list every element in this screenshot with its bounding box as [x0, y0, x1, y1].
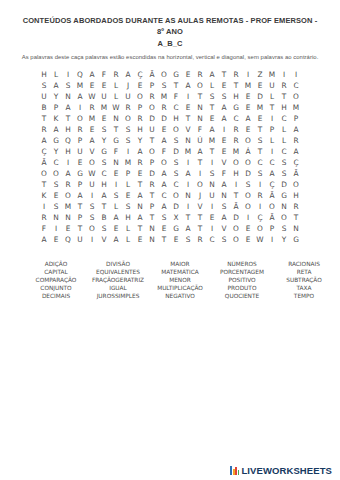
- grid-cell[interactable]: O: [290, 91, 302, 102]
- grid-cell[interactable]: R: [74, 124, 86, 135]
- grid-cell[interactable]: A: [110, 212, 122, 223]
- grid-cell[interactable]: Z: [254, 69, 266, 80]
- grid-cell[interactable]: I: [218, 124, 230, 135]
- grid-cell[interactable]: Y: [50, 91, 62, 102]
- grid-cell[interactable]: E: [218, 135, 230, 146]
- grid-cell[interactable]: I: [50, 223, 62, 234]
- grid-cell[interactable]: L: [278, 135, 290, 146]
- grid-cell[interactable]: M: [62, 201, 74, 212]
- grid-cell[interactable]: O: [146, 102, 158, 113]
- grid-cell[interactable]: N: [218, 190, 230, 201]
- grid-cell[interactable]: M: [266, 69, 278, 80]
- grid-cell[interactable]: R: [230, 135, 242, 146]
- grid-cell[interactable]: N: [194, 102, 206, 113]
- grid-cell[interactable]: I: [242, 69, 254, 80]
- grid-cell[interactable]: P: [146, 201, 158, 212]
- grid-cell[interactable]: R: [134, 113, 146, 124]
- grid-cell[interactable]: I: [266, 146, 278, 157]
- grid-cell[interactable]: T: [134, 223, 146, 234]
- grid-cell[interactable]: B: [38, 102, 50, 113]
- grid-cell[interactable]: R: [290, 201, 302, 212]
- grid-cell[interactable]: H: [278, 102, 290, 113]
- grid-cell[interactable]: U: [38, 91, 50, 102]
- grid-cell[interactable]: M: [74, 80, 86, 91]
- grid-cell[interactable]: L: [50, 69, 62, 80]
- grid-cell[interactable]: T: [134, 179, 146, 190]
- grid-cell[interactable]: L: [266, 91, 278, 102]
- grid-cell[interactable]: I: [206, 157, 218, 168]
- grid-cell[interactable]: S: [218, 201, 230, 212]
- grid-cell[interactable]: E: [242, 102, 254, 113]
- grid-cell[interactable]: O: [278, 212, 290, 223]
- grid-cell[interactable]: T: [62, 113, 74, 124]
- grid-cell[interactable]: D: [158, 113, 170, 124]
- grid-cell[interactable]: S: [170, 157, 182, 168]
- grid-cell[interactable]: O: [242, 135, 254, 146]
- grid-cell[interactable]: U: [74, 234, 86, 245]
- grid-cell[interactable]: F: [218, 168, 230, 179]
- grid-cell[interactable]: R: [230, 124, 242, 135]
- grid-cell[interactable]: H: [62, 146, 74, 157]
- grid-cell[interactable]: R: [38, 212, 50, 223]
- grid-cell[interactable]: I: [290, 69, 302, 80]
- grid-cell[interactable]: C: [158, 190, 170, 201]
- grid-cell[interactable]: E: [182, 102, 194, 113]
- grid-cell[interactable]: R: [158, 102, 170, 113]
- grid-cell[interactable]: U: [86, 179, 98, 190]
- grid-cell[interactable]: N: [146, 234, 158, 245]
- grid-cell[interactable]: E: [158, 223, 170, 234]
- grid-cell[interactable]: A: [86, 69, 98, 80]
- grid-cell[interactable]: S: [278, 157, 290, 168]
- grid-cell[interactable]: O: [242, 157, 254, 168]
- grid-cell[interactable]: N: [278, 201, 290, 212]
- grid-cell[interactable]: N: [182, 190, 194, 201]
- grid-cell[interactable]: Ã: [290, 168, 302, 179]
- grid-cell[interactable]: C: [206, 234, 218, 245]
- grid-cell[interactable]: A: [62, 168, 74, 179]
- grid-cell[interactable]: E: [242, 91, 254, 102]
- grid-cell[interactable]: T: [158, 234, 170, 245]
- grid-cell[interactable]: I: [278, 69, 290, 80]
- grid-cell[interactable]: A: [98, 190, 110, 201]
- grid-cell[interactable]: L: [278, 124, 290, 135]
- grid-cell[interactable]: T: [230, 80, 242, 91]
- grid-cell[interactable]: D: [242, 168, 254, 179]
- grid-cell[interactable]: N: [62, 91, 74, 102]
- grid-cell[interactable]: E: [62, 223, 74, 234]
- grid-cell[interactable]: A: [122, 69, 134, 80]
- grid-cell[interactable]: R: [194, 234, 206, 245]
- grid-cell[interactable]: S: [122, 124, 134, 135]
- grid-cell[interactable]: A: [38, 234, 50, 245]
- grid-cell[interactable]: N: [134, 201, 146, 212]
- grid-cell[interactable]: H: [230, 91, 242, 102]
- grid-cell[interactable]: O: [86, 157, 98, 168]
- grid-cell[interactable]: O: [170, 124, 182, 135]
- grid-cell[interactable]: H: [122, 212, 134, 223]
- grid-cell[interactable]: M: [254, 102, 266, 113]
- grid-cell[interactable]: O: [194, 179, 206, 190]
- grid-cell[interactable]: Ç: [290, 157, 302, 168]
- grid-cell[interactable]: C: [266, 157, 278, 168]
- grid-cell[interactable]: M: [122, 157, 134, 168]
- grid-cell[interactable]: S: [278, 168, 290, 179]
- grid-cell[interactable]: I: [182, 179, 194, 190]
- grid-cell[interactable]: H: [62, 124, 74, 135]
- grid-cell[interactable]: I: [86, 234, 98, 245]
- grid-cell[interactable]: G: [170, 69, 182, 80]
- grid-cell[interactable]: E: [170, 234, 182, 245]
- grid-cell[interactable]: G: [110, 135, 122, 146]
- grid-cell[interactable]: A: [194, 146, 206, 157]
- grid-cell[interactable]: G: [74, 168, 86, 179]
- grid-cell[interactable]: A: [158, 135, 170, 146]
- grid-cell[interactable]: U: [146, 124, 158, 135]
- grid-cell[interactable]: Ç: [134, 69, 146, 80]
- grid-cell[interactable]: S: [98, 157, 110, 168]
- grid-cell[interactable]: Á: [242, 146, 254, 157]
- grid-cell[interactable]: M: [242, 80, 254, 91]
- grid-cell[interactable]: C: [98, 168, 110, 179]
- grid-cell[interactable]: O: [254, 223, 266, 234]
- grid-cell[interactable]: D: [254, 91, 266, 102]
- grid-cell[interactable]: D: [278, 179, 290, 190]
- grid-cell[interactable]: P: [74, 179, 86, 190]
- grid-cell[interactable]: H: [290, 190, 302, 201]
- grid-cell[interactable]: S: [86, 201, 98, 212]
- grid-cell[interactable]: E: [218, 80, 230, 91]
- grid-cell[interactable]: I: [62, 157, 74, 168]
- grid-cell[interactable]: H: [134, 124, 146, 135]
- grid-cell[interactable]: S: [110, 190, 122, 201]
- grid-cell[interactable]: S: [122, 201, 134, 212]
- grid-cell[interactable]: R: [38, 124, 50, 135]
- grid-cell[interactable]: N: [50, 212, 62, 223]
- grid-cell[interactable]: I: [182, 157, 194, 168]
- grid-cell[interactable]: A: [290, 124, 302, 135]
- grid-cell[interactable]: Ã: [266, 212, 278, 223]
- grid-cell[interactable]: S: [254, 168, 266, 179]
- grid-cell[interactable]: F: [194, 124, 206, 135]
- grid-cell[interactable]: M: [290, 102, 302, 113]
- grid-cell[interactable]: I: [206, 223, 218, 234]
- grid-cell[interactable]: E: [134, 234, 146, 245]
- grid-cell[interactable]: S: [50, 201, 62, 212]
- grid-cell[interactable]: S: [86, 212, 98, 223]
- grid-cell[interactable]: O: [158, 69, 170, 80]
- grid-cell[interactable]: J: [194, 190, 206, 201]
- grid-cell[interactable]: S: [62, 80, 74, 91]
- grid-cell[interactable]: R: [278, 80, 290, 91]
- grid-cell[interactable]: J: [122, 80, 134, 91]
- grid-cell[interactable]: S: [170, 168, 182, 179]
- grid-cell[interactable]: O: [266, 201, 278, 212]
- grid-cell[interactable]: R: [86, 102, 98, 113]
- grid-cell[interactable]: U: [206, 190, 218, 201]
- grid-cell[interactable]: O: [242, 190, 254, 201]
- grid-cell[interactable]: Y: [98, 135, 110, 146]
- grid-cell[interactable]: P: [74, 212, 86, 223]
- grid-cell[interactable]: A: [50, 124, 62, 135]
- grid-cell[interactable]: Ç: [254, 212, 266, 223]
- grid-cell[interactable]: Ã: [38, 157, 50, 168]
- grid-cell[interactable]: E: [242, 124, 254, 135]
- grid-cell[interactable]: Ç: [266, 179, 278, 190]
- grid-cell[interactable]: I: [122, 146, 134, 157]
- grid-cell[interactable]: N: [62, 212, 74, 223]
- grid-cell[interactable]: C: [254, 157, 266, 168]
- grid-cell[interactable]: M: [182, 146, 194, 157]
- grid-cell[interactable]: T: [206, 146, 218, 157]
- grid-cell[interactable]: D: [230, 212, 242, 223]
- grid-cell[interactable]: U: [98, 91, 110, 102]
- grid-cell[interactable]: I: [206, 201, 218, 212]
- grid-cell[interactable]: P: [50, 102, 62, 113]
- grid-cell[interactable]: G: [98, 146, 110, 157]
- grid-cell[interactable]: R: [146, 91, 158, 102]
- grid-cell[interactable]: O: [230, 223, 242, 234]
- grid-cell[interactable]: M: [230, 146, 242, 157]
- grid-cell[interactable]: T: [182, 212, 194, 223]
- grid-cell[interactable]: I: [230, 179, 242, 190]
- grid-cell[interactable]: S: [50, 179, 62, 190]
- grid-cell[interactable]: P: [134, 102, 146, 113]
- grid-cell[interactable]: R: [62, 179, 74, 190]
- grid-cell[interactable]: O: [38, 168, 50, 179]
- grid-cell[interactable]: A: [134, 212, 146, 223]
- grid-cell[interactable]: A: [218, 113, 230, 124]
- grid-cell[interactable]: N: [110, 157, 122, 168]
- grid-cell[interactable]: I: [254, 201, 266, 212]
- grid-cell[interactable]: E: [86, 124, 98, 135]
- grid-cell[interactable]: A: [218, 102, 230, 113]
- grid-cell[interactable]: E: [242, 223, 254, 234]
- grid-cell[interactable]: Ã: [146, 69, 158, 80]
- grid-cell[interactable]: M: [86, 113, 98, 124]
- grid-cell[interactable]: L: [110, 80, 122, 91]
- grid-cell[interactable]: X: [170, 212, 182, 223]
- grid-cell[interactable]: S: [206, 91, 218, 102]
- grid-cell[interactable]: S: [98, 124, 110, 135]
- grid-cell[interactable]: Y: [278, 234, 290, 245]
- grid-cell[interactable]: P: [122, 168, 134, 179]
- grid-cell[interactable]: L: [266, 135, 278, 146]
- grid-cell[interactable]: R: [146, 179, 158, 190]
- grid-cell[interactable]: I: [266, 234, 278, 245]
- grid-cell[interactable]: N: [110, 113, 122, 124]
- grid-cell[interactable]: L: [110, 91, 122, 102]
- grid-cell[interactable]: I: [86, 190, 98, 201]
- grid-cell[interactable]: M: [98, 102, 110, 113]
- grid-cell[interactable]: R: [110, 69, 122, 80]
- grid-cell[interactable]: D: [170, 201, 182, 212]
- grid-cell[interactable]: I: [62, 69, 74, 80]
- grid-cell[interactable]: H: [38, 69, 50, 80]
- grid-cell[interactable]: A: [218, 212, 230, 223]
- grid-cell[interactable]: S: [38, 80, 50, 91]
- grid-cell[interactable]: O: [134, 91, 146, 102]
- grid-cell[interactable]: C: [278, 146, 290, 157]
- grid-cell[interactable]: E: [110, 223, 122, 234]
- grid-cell[interactable]: P: [266, 223, 278, 234]
- grid-cell[interactable]: U: [74, 146, 86, 157]
- grid-cell[interactable]: A: [182, 168, 194, 179]
- grid-cell[interactable]: S: [242, 179, 254, 190]
- grid-cell[interactable]: G: [290, 234, 302, 245]
- grid-cell[interactable]: C: [170, 179, 182, 190]
- grid-cell[interactable]: C: [50, 157, 62, 168]
- grid-cell[interactable]: V: [182, 124, 194, 135]
- grid-cell[interactable]: F: [38, 223, 50, 234]
- grid-cell[interactable]: Y: [50, 146, 62, 157]
- grid-cell[interactable]: T: [146, 212, 158, 223]
- grid-cell[interactable]: U: [122, 91, 134, 102]
- grid-cell[interactable]: E: [86, 80, 98, 91]
- grid-cell[interactable]: T: [110, 124, 122, 135]
- grid-cell[interactable]: A: [266, 168, 278, 179]
- grid-cell[interactable]: P: [74, 135, 86, 146]
- grid-cell[interactable]: I: [74, 102, 86, 113]
- grid-cell[interactable]: O: [230, 234, 242, 245]
- grid-cell[interactable]: I: [38, 201, 50, 212]
- grid-cell[interactable]: S: [98, 223, 110, 234]
- grid-cell[interactable]: L: [122, 223, 134, 234]
- grid-cell[interactable]: F: [98, 69, 110, 80]
- grid-cell[interactable]: S: [170, 135, 182, 146]
- grid-cell[interactable]: M: [158, 91, 170, 102]
- grid-cell[interactable]: L: [122, 234, 134, 245]
- grid-cell[interactable]: E: [134, 168, 146, 179]
- grid-cell[interactable]: F: [110, 146, 122, 157]
- grid-cell[interactable]: O: [242, 201, 254, 212]
- grid-cell[interactable]: L: [206, 80, 218, 91]
- grid-cell[interactable]: B: [98, 212, 110, 223]
- grid-cell[interactable]: T: [194, 91, 206, 102]
- grid-cell[interactable]: S: [218, 91, 230, 102]
- grid-cell[interactable]: A: [50, 80, 62, 91]
- grid-cell[interactable]: R: [194, 69, 206, 80]
- grid-cell[interactable]: O: [290, 179, 302, 190]
- grid-cell[interactable]: A: [38, 135, 50, 146]
- grid-cell[interactable]: T: [146, 135, 158, 146]
- grid-cell[interactable]: T: [266, 102, 278, 113]
- grid-cell[interactable]: A: [206, 124, 218, 135]
- grid-cell[interactable]: T: [230, 190, 242, 201]
- grid-cell[interactable]: T: [254, 124, 266, 135]
- grid-cell[interactable]: Ú: [194, 135, 206, 146]
- grid-cell[interactable]: P: [146, 157, 158, 168]
- grid-cell[interactable]: N: [182, 135, 194, 146]
- grid-cell[interactable]: I: [110, 179, 122, 190]
- grid-cell[interactable]: Y: [134, 135, 146, 146]
- grid-cell[interactable]: S: [158, 80, 170, 91]
- grid-cell[interactable]: Ç: [38, 146, 50, 157]
- grid-cell[interactable]: O: [158, 157, 170, 168]
- grid-cell[interactable]: F: [170, 91, 182, 102]
- liveworksheets-logo[interactable]: LIVEWORKSHEETS: [230, 465, 332, 476]
- grid-cell[interactable]: S: [158, 212, 170, 223]
- grid-cell[interactable]: K: [38, 190, 50, 201]
- grid-cell[interactable]: E: [254, 113, 266, 124]
- grid-cell[interactable]: T: [146, 190, 158, 201]
- grid-cell[interactable]: O: [50, 168, 62, 179]
- grid-cell[interactable]: T: [38, 113, 50, 124]
- grid-cell[interactable]: W: [86, 91, 98, 102]
- grid-cell[interactable]: E: [122, 190, 134, 201]
- grid-cell[interactable]: R: [134, 157, 146, 168]
- grid-cell[interactable]: U: [266, 80, 278, 91]
- grid-cell[interactable]: T: [194, 223, 206, 234]
- grid-cell[interactable]: D: [146, 168, 158, 179]
- grid-cell[interactable]: H: [170, 113, 182, 124]
- grid-cell[interactable]: V: [98, 234, 110, 245]
- grid-cell[interactable]: C: [290, 80, 302, 91]
- grid-cell[interactable]: V: [218, 223, 230, 234]
- grid-cell[interactable]: A: [74, 190, 86, 201]
- grid-cell[interactable]: D: [170, 146, 182, 157]
- grid-cell[interactable]: A: [110, 234, 122, 245]
- grid-cell[interactable]: R: [230, 69, 242, 80]
- grid-cell[interactable]: A: [206, 69, 218, 80]
- grid-cell[interactable]: E: [110, 168, 122, 179]
- grid-cell[interactable]: E: [98, 80, 110, 91]
- grid-cell[interactable]: D: [146, 113, 158, 124]
- grid-cell[interactable]: A: [86, 135, 98, 146]
- grid-cell[interactable]: A: [62, 102, 74, 113]
- grid-cell[interactable]: Q: [62, 234, 74, 245]
- grid-cell[interactable]: W: [110, 102, 122, 113]
- grid-cell[interactable]: E: [182, 69, 194, 80]
- grid-cell[interactable]: I: [194, 168, 206, 179]
- grid-cell[interactable]: V: [194, 201, 206, 212]
- grid-cell[interactable]: A: [134, 146, 146, 157]
- grid-cell[interactable]: E: [158, 124, 170, 135]
- grid-cell[interactable]: T: [38, 179, 50, 190]
- grid-cell[interactable]: F: [158, 146, 170, 157]
- grid-cell[interactable]: V: [218, 157, 230, 168]
- grid-cell[interactable]: A: [158, 201, 170, 212]
- grid-cell[interactable]: O: [194, 80, 206, 91]
- grid-cell[interactable]: N: [206, 179, 218, 190]
- grid-cell[interactable]: S: [206, 168, 218, 179]
- grid-cell[interactable]: T: [290, 212, 302, 223]
- grid-cell[interactable]: C: [278, 113, 290, 124]
- grid-cell[interactable]: S: [254, 135, 266, 146]
- grid-cell[interactable]: T: [218, 69, 230, 80]
- grid-cell[interactable]: R: [122, 102, 134, 113]
- grid-cell[interactable]: H: [230, 168, 242, 179]
- grid-cell[interactable]: A: [134, 190, 146, 201]
- grid-cell[interactable]: R: [290, 135, 302, 146]
- grid-cell[interactable]: L: [122, 179, 134, 190]
- grid-cell[interactable]: S: [182, 234, 194, 245]
- grid-cell[interactable]: G: [170, 223, 182, 234]
- grid-cell[interactable]: C: [230, 113, 242, 124]
- grid-cell[interactable]: S: [122, 135, 134, 146]
- grid-cell[interactable]: I: [266, 113, 278, 124]
- grid-cell[interactable]: A: [158, 168, 170, 179]
- grid-cell[interactable]: G: [50, 135, 62, 146]
- grid-cell[interactable]: E: [98, 113, 110, 124]
- grid-cell[interactable]: O: [122, 113, 134, 124]
- grid-cell[interactable]: I: [254, 179, 266, 190]
- grid-cell[interactable]: T: [194, 157, 206, 168]
- grid-cell[interactable]: A: [158, 179, 170, 190]
- grid-cell[interactable]: L: [110, 201, 122, 212]
- grid-cell[interactable]: I: [182, 201, 194, 212]
- grid-cell[interactable]: E: [50, 234, 62, 245]
